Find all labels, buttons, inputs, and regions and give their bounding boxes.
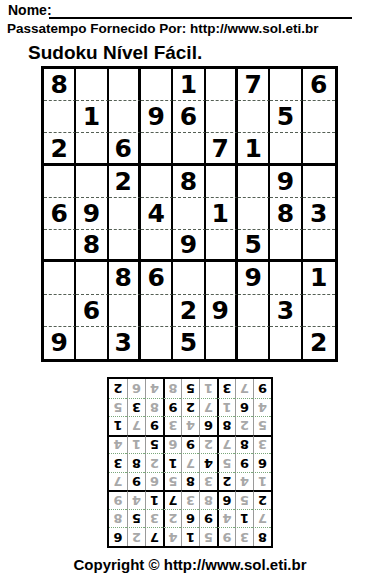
solution-cell-r7c9: 1 <box>109 416 127 435</box>
solution-cell-r5c2: 9 <box>235 453 253 472</box>
solution-cell-r6c9: 4 <box>109 435 127 454</box>
cell-r3c6: 7 <box>206 133 238 165</box>
cell-r6c9 <box>303 230 335 262</box>
solution-cell-r4c8: 9 <box>127 472 145 491</box>
cell-r8c1 <box>44 295 76 327</box>
solution-cell-r6c6: 6 <box>163 435 181 454</box>
cell-r2c9 <box>303 101 335 133</box>
solution-cell-r7c4: 6 <box>199 416 217 435</box>
solution-cell-r4c1: 1 <box>253 472 271 491</box>
cell-r9c3: 3 <box>109 327 141 359</box>
cell-r7c6 <box>206 262 238 294</box>
solution-cell-r9c7: 4 <box>145 379 163 398</box>
solution-cell-r1c4: 5 <box>199 527 217 546</box>
solution-cell-r8c8: 3 <box>127 398 145 417</box>
cell-r6c4 <box>141 230 173 262</box>
cell-r4c1 <box>44 166 76 198</box>
solution-cell-r3c9: 9 <box>109 490 127 509</box>
name-underline <box>49 17 352 19</box>
solution-cell-r5c6: 1 <box>163 453 181 472</box>
solution-cell-r8c5: 2 <box>181 398 199 417</box>
solution-cell-r1c1: 8 <box>253 527 271 546</box>
cell-r7c9: 1 <box>303 262 335 294</box>
cell-r2c8: 5 <box>270 101 302 133</box>
cell-r1c2 <box>76 69 108 101</box>
solution-cell-r2c3: 4 <box>217 509 235 528</box>
solution-cell-r7c7: 9 <box>145 416 163 435</box>
cell-r7c5 <box>173 262 205 294</box>
solution-cell-r6c5: 9 <box>181 435 199 454</box>
cell-r3c4 <box>141 133 173 165</box>
solution-cell-r1c5: 1 <box>181 527 199 546</box>
solution-cell-r3c3: 6 <box>217 490 235 509</box>
solution-cell-r5c3: 5 <box>217 453 235 472</box>
solution-cell-r6c2: 8 <box>235 435 253 454</box>
solution-cell-r8c4: 7 <box>199 398 217 417</box>
cell-r9c5: 5 <box>173 327 205 359</box>
cell-r7c4: 6 <box>141 262 173 294</box>
solution-cell-r2c8: 5 <box>127 509 145 528</box>
page-title: Sudoku Nível Fácil. <box>28 42 202 64</box>
solution-cell-r7c3: 8 <box>217 416 235 435</box>
cell-r5c1: 6 <box>44 198 76 230</box>
solution-cell-r2c2: 1 <box>235 509 253 528</box>
cell-r1c1: 8 <box>44 69 76 101</box>
solution-cell-r9c3: 3 <box>217 379 235 398</box>
cell-r5c3 <box>109 198 141 230</box>
solution-cell-r3c4: 8 <box>199 490 217 509</box>
solution-cell-r3c1: 2 <box>253 490 271 509</box>
cell-r3c9 <box>303 133 335 165</box>
solution-cell-r9c8: 6 <box>127 379 145 398</box>
solution-cell-r6c7: 5 <box>145 435 163 454</box>
solution-cell-r8c2: 6 <box>235 398 253 417</box>
solution-cell-r1c3: 9 <box>217 527 235 546</box>
cell-r4c5: 8 <box>173 166 205 198</box>
cell-r6c8 <box>270 230 302 262</box>
cell-r8c4 <box>141 295 173 327</box>
sudoku-solution-grid: 8395147267149623582568371491423856976954… <box>107 377 273 548</box>
cell-r3c8 <box>270 133 302 165</box>
solution-cell-r6c8: 1 <box>127 435 145 454</box>
solution-cell-r6c3: 7 <box>217 435 235 454</box>
solution-cell-r4c6: 5 <box>163 472 181 491</box>
solution-cell-r9c4: 1 <box>199 379 217 398</box>
cell-r9c7 <box>238 327 270 359</box>
copyright-text: Copyright © http://www.sol.eti.br <box>0 556 380 573</box>
cell-r4c9 <box>303 166 335 198</box>
cell-r2c1 <box>44 101 76 133</box>
solution-cell-r9c1: 9 <box>253 379 271 398</box>
solution-cell-r2c1: 7 <box>253 509 271 528</box>
cell-r5c6: 1 <box>206 198 238 230</box>
solution-cell-r1c9: 6 <box>109 527 127 546</box>
cell-r8c2: 6 <box>76 295 108 327</box>
cell-r4c4 <box>141 166 173 198</box>
solution-cell-r5c7: 2 <box>145 453 163 472</box>
solution-cell-r5c5: 7 <box>181 453 199 472</box>
solution-cell-r1c7: 7 <box>145 527 163 546</box>
solution-cell-r4c9: 7 <box>109 472 127 491</box>
solution-cell-r4c2: 4 <box>235 472 253 491</box>
cell-r3c1: 2 <box>44 133 76 165</box>
name-label: Nome: <box>8 2 52 18</box>
solution-cell-r9c5: 5 <box>181 379 199 398</box>
solution-cell-r9c2: 7 <box>235 379 253 398</box>
cell-r9c4 <box>141 327 173 359</box>
cell-r7c3: 8 <box>109 262 141 294</box>
cell-r5c8: 8 <box>270 198 302 230</box>
solution-cell-r3c7: 1 <box>145 490 163 509</box>
solution-cell-r3c6: 7 <box>163 490 181 509</box>
cell-r3c3: 6 <box>109 133 141 165</box>
cell-r8c3 <box>109 295 141 327</box>
cell-r9c6 <box>206 327 238 359</box>
solution-cell-r8c7: 8 <box>145 398 163 417</box>
solution-cell-r7c8: 7 <box>127 416 145 435</box>
cell-r5c4: 4 <box>141 198 173 230</box>
cell-r9c9: 2 <box>303 327 335 359</box>
cell-r4c3: 2 <box>109 166 141 198</box>
solution-cell-r9c6: 8 <box>163 379 181 398</box>
cell-r5c9: 3 <box>303 198 335 230</box>
solution-cell-r4c5: 8 <box>181 472 199 491</box>
cell-r6c1 <box>44 230 76 262</box>
cell-r2c2: 1 <box>76 101 108 133</box>
cell-r8c5: 2 <box>173 295 205 327</box>
cell-r7c2 <box>76 262 108 294</box>
cell-r1c5: 1 <box>173 69 205 101</box>
solution-cell-r4c4: 3 <box>199 472 217 491</box>
cell-r7c1 <box>44 262 76 294</box>
cell-r2c5: 6 <box>173 101 205 133</box>
solution-cell-r3c8: 4 <box>127 490 145 509</box>
cell-r5c5 <box>173 198 205 230</box>
cell-r1c8 <box>270 69 302 101</box>
cell-r4c2 <box>76 166 108 198</box>
cell-r8c9 <box>303 295 335 327</box>
solution-cell-r7c2: 2 <box>235 416 253 435</box>
cell-r6c3 <box>109 230 141 262</box>
cell-r8c7 <box>238 295 270 327</box>
solution-cell-r8c1: 4 <box>253 398 271 417</box>
cell-r9c8 <box>270 327 302 359</box>
cell-r3c5 <box>173 133 205 165</box>
cell-r6c7: 5 <box>238 230 270 262</box>
solution-cell-r6c4: 2 <box>199 435 217 454</box>
solution-cell-r5c4: 4 <box>199 453 217 472</box>
solution-cell-r2c4: 9 <box>199 509 217 528</box>
cell-r8c8: 3 <box>270 295 302 327</box>
cell-r7c8 <box>270 262 302 294</box>
cell-r2c3 <box>109 101 141 133</box>
cell-r1c3 <box>109 69 141 101</box>
solution-cell-r8c9: 5 <box>109 398 127 417</box>
solution-cell-r1c8: 2 <box>127 527 145 546</box>
cell-r1c9: 6 <box>303 69 335 101</box>
solution-cell-r2c7: 3 <box>145 509 163 528</box>
cell-r1c7: 7 <box>238 69 270 101</box>
solution-cell-r9c9: 2 <box>109 379 127 398</box>
solution-cell-r3c2: 5 <box>235 490 253 509</box>
solution-cell-r1c6: 4 <box>163 527 181 546</box>
solution-cell-r3c5: 3 <box>181 490 199 509</box>
solution-cell-r5c8: 8 <box>127 453 145 472</box>
solution-cell-r4c7: 6 <box>145 472 163 491</box>
sudoku-grid: 817619652671289694183895869162939352 <box>41 66 338 362</box>
solution-cell-r1c2: 3 <box>235 527 253 546</box>
cell-r1c6 <box>206 69 238 101</box>
solution-cell-r7c6: 3 <box>163 416 181 435</box>
provider-line: Passatempo Fornecido Por: http://www.sol… <box>7 21 319 36</box>
cell-r9c1: 9 <box>44 327 76 359</box>
cell-r5c7 <box>238 198 270 230</box>
cell-r3c7: 1 <box>238 133 270 165</box>
cell-r3c2 <box>76 133 108 165</box>
cell-r6c2: 8 <box>76 230 108 262</box>
cell-r9c2 <box>76 327 108 359</box>
solution-cell-r5c1: 6 <box>253 453 271 472</box>
solution-cell-r7c5: 4 <box>181 416 199 435</box>
solution-cell-r5c9: 3 <box>109 453 127 472</box>
solution-cell-r2c6: 2 <box>163 509 181 528</box>
cell-r4c8: 9 <box>270 166 302 198</box>
cell-r4c6 <box>206 166 238 198</box>
cell-r6c6 <box>206 230 238 262</box>
solution-cell-r6c1: 3 <box>253 435 271 454</box>
solution-cell-r8c3: 1 <box>217 398 235 417</box>
cell-r2c4: 9 <box>141 101 173 133</box>
cell-r6c5: 9 <box>173 230 205 262</box>
cell-r4c7 <box>238 166 270 198</box>
cell-r8c6: 9 <box>206 295 238 327</box>
solution-cell-r2c9: 8 <box>109 509 127 528</box>
solution-cell-r4c3: 2 <box>217 472 235 491</box>
solution-cell-r7c1: 5 <box>253 416 271 435</box>
cell-r5c2: 9 <box>76 198 108 230</box>
cell-r2c6 <box>206 101 238 133</box>
solution-cell-r2c5: 6 <box>181 509 199 528</box>
cell-r7c7: 9 <box>238 262 270 294</box>
solution-cell-r8c6: 9 <box>163 398 181 417</box>
cell-r1c4 <box>141 69 173 101</box>
cell-r2c7 <box>238 101 270 133</box>
